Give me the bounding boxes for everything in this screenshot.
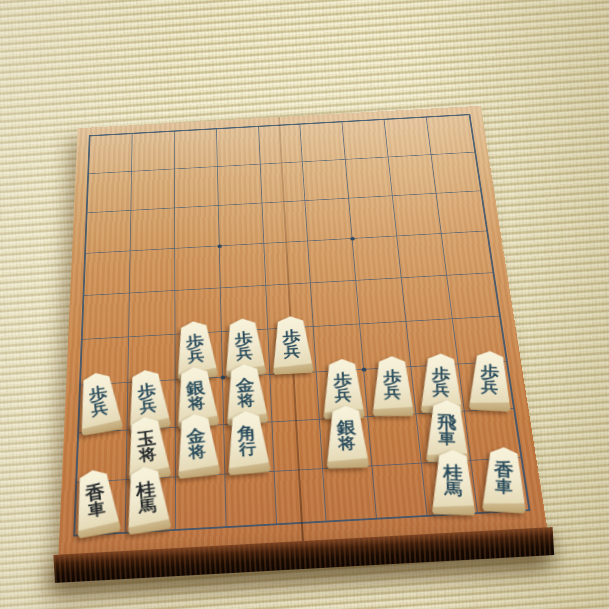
piece-pawn-97[interactable]: 歩兵 (77, 383, 127, 434)
bishop-piece-face: 角行 (224, 410, 271, 476)
koma: 歩兵 (469, 350, 512, 412)
knight-piece-face: 桂馬 (431, 449, 476, 515)
piece-kanji: 将 (338, 436, 356, 451)
piece-pawn-56[interactable]: 歩兵 (268, 327, 318, 375)
piece-kanji: 将 (188, 395, 206, 411)
piece-pawn-37[interactable]: 歩兵 (365, 367, 418, 417)
piece-kanji: 兵 (384, 385, 401, 399)
piece-kanji: 兵 (139, 398, 157, 414)
piece-kanji: 馬 (444, 481, 462, 497)
piece-lance-19[interactable]: 香車 (473, 459, 531, 514)
board-unit: 歩兵歩兵歩兵歩兵歩兵銀将金将歩兵歩兵歩兵歩兵玉将金将角行銀将飛車香車桂馬桂馬香車 (0, 0, 609, 609)
koma: 銀将 (325, 405, 371, 469)
piece-kanji: 兵 (188, 349, 206, 364)
piece-kanji: 将 (189, 444, 207, 460)
piece-kanji: 将 (139, 446, 158, 463)
piece-lance-99[interactable]: 香車 (73, 481, 125, 536)
koma: 桂馬 (431, 449, 476, 515)
koma: 香車 (71, 466, 122, 538)
pawn-piece-face: 歩兵 (371, 356, 415, 416)
piece-knight-29[interactable]: 桂馬 (423, 462, 479, 517)
koma: 香車 (482, 446, 527, 513)
pawn-piece-face: 歩兵 (75, 370, 124, 436)
pieces-layer: 歩兵歩兵歩兵歩兵歩兵銀将金将歩兵歩兵歩兵歩兵玉将金将角行銀将飛車香車桂馬桂馬香車 (73, 114, 530, 537)
piece-pawn-17[interactable]: 歩兵 (460, 362, 515, 412)
koma: 金将 (173, 412, 221, 479)
piece-gold-78[interactable]: 金将 (174, 426, 224, 479)
piece-kanji: 兵 (236, 346, 253, 361)
piece-silver-48[interactable]: 銀将 (320, 418, 373, 471)
piece-knight-89[interactable]: 桂馬 (124, 479, 175, 534)
knight-piece-face: 桂馬 (122, 464, 172, 535)
piece-kanji: 将 (237, 393, 255, 408)
pawn-piece-face: 歩兵 (469, 350, 512, 412)
silver-piece-face: 銀将 (325, 405, 371, 469)
piece-kanji: 兵 (433, 382, 450, 396)
koma: 角行 (224, 410, 271, 476)
photo-scene: 歩兵歩兵歩兵歩兵歩兵銀将金将歩兵歩兵歩兵歩兵玉将金将角行銀将飛車香車桂馬桂馬香車 (0, 0, 609, 609)
piece-kanji: 兵 (90, 400, 108, 417)
piece-kanji: 兵 (284, 344, 301, 358)
koma: 桂馬 (122, 464, 172, 535)
lance-piece-face: 香車 (482, 446, 527, 513)
piece-kanji: 車 (438, 431, 456, 446)
piece-kanji: 馬 (138, 497, 157, 515)
piece-kanji: 車 (87, 500, 106, 518)
piece-bishop-68[interactable]: 角行 (223, 423, 274, 476)
piece-kanji: 行 (239, 441, 257, 457)
piece-kanji: 車 (495, 478, 513, 494)
piece-kanji: 兵 (482, 379, 499, 394)
piece-kanji: 兵 (335, 388, 352, 402)
lance-piece-face: 香車 (71, 466, 122, 538)
koma: 歩兵 (75, 370, 124, 436)
koma: 歩兵 (270, 315, 315, 375)
pawn-piece-face: 歩兵 (270, 315, 315, 375)
koma: 歩兵 (371, 356, 415, 416)
gold-piece-face: 金将 (173, 412, 221, 479)
shogi-board: 歩兵歩兵歩兵歩兵歩兵銀将金将歩兵歩兵歩兵歩兵玉将金将角行銀将飛車香車桂馬桂馬香車 (58, 106, 547, 558)
